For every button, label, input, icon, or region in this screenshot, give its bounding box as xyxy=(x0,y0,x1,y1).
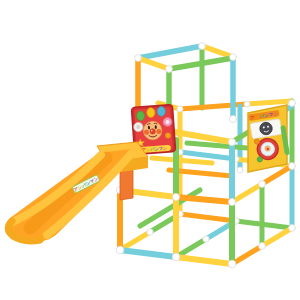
toy-illustration: アンパンマン xyxy=(0,0,300,300)
joint xyxy=(172,193,179,200)
joint xyxy=(147,229,153,235)
pipe-segment xyxy=(247,101,292,104)
pipe-segment xyxy=(120,232,150,250)
joint xyxy=(259,243,266,250)
joint xyxy=(116,246,124,254)
joint xyxy=(289,225,296,232)
joint xyxy=(289,163,296,170)
blue-oval-button xyxy=(157,106,166,116)
joint xyxy=(166,66,173,73)
joint xyxy=(172,253,180,261)
joint xyxy=(199,43,206,50)
pipe-segment xyxy=(202,46,233,57)
joint xyxy=(244,101,250,107)
face-nose xyxy=(150,129,156,135)
pipe-segment xyxy=(180,104,247,109)
slide: アンパンマン xyxy=(6,142,148,242)
joint xyxy=(228,138,235,145)
joint xyxy=(203,236,209,242)
joint xyxy=(177,106,183,112)
pipe-segment xyxy=(138,58,169,69)
joint xyxy=(259,181,266,188)
joint xyxy=(237,167,243,173)
product-photo-canvas: アンパンマン xyxy=(0,0,300,300)
climbing-rung xyxy=(152,158,212,163)
joint xyxy=(230,54,237,61)
pipe-segment xyxy=(262,228,292,246)
joint xyxy=(135,55,142,62)
pipe-segment xyxy=(138,46,202,58)
pipe-segment xyxy=(180,152,236,159)
pipe-segment xyxy=(176,257,232,264)
joint xyxy=(228,198,235,205)
orange-dot-button xyxy=(165,132,171,138)
pipe-segment xyxy=(232,184,262,202)
side-activity-panel: アンパンマン xyxy=(248,105,290,172)
pipe-segment xyxy=(120,250,176,257)
pipe-segment xyxy=(180,214,236,221)
yellow-oval-button xyxy=(147,108,156,118)
pipe-segment xyxy=(176,239,206,257)
pipe-segment xyxy=(232,246,262,264)
joint xyxy=(228,260,236,268)
green-oval-button xyxy=(136,111,145,121)
joint xyxy=(229,115,236,122)
joint xyxy=(289,100,296,107)
